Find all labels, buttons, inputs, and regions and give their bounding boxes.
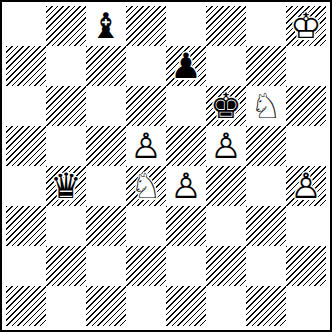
square-d3[interactable] [126,206,166,246]
square-e4[interactable]: ♟♙ [166,166,206,206]
square-c8[interactable]: ♝♝ [86,6,126,46]
square-e1[interactable] [166,286,206,326]
square-d5[interactable]: ♟♙ [126,126,166,166]
square-h5[interactable] [286,126,326,166]
square-a3[interactable] [6,206,46,246]
square-a8[interactable] [6,6,46,46]
square-h4[interactable]: ♟♙ [286,166,326,206]
square-b5[interactable] [46,126,86,166]
square-a7[interactable] [6,46,46,86]
square-g5[interactable] [246,126,286,166]
square-h3[interactable] [286,206,326,246]
square-d2[interactable] [126,246,166,286]
square-c3[interactable] [86,206,126,246]
chess-board: ♝♝♚♔♟♟♚♚♞♘♟♙♟♙♛♛♞♘♟♙♟♙ [6,6,326,326]
white-knight[interactable]: ♘ [246,86,286,126]
black-pawn[interactable]: ♟ [166,46,206,86]
square-d7[interactable] [126,46,166,86]
square-h6[interactable] [286,86,326,126]
square-f6[interactable]: ♚♚ [206,86,246,126]
square-b1[interactable] [46,286,86,326]
square-g7[interactable] [246,46,286,86]
square-f7[interactable] [206,46,246,86]
square-e8[interactable] [166,6,206,46]
chess-diagram: ♝♝♚♔♟♟♚♚♞♘♟♙♟♙♛♛♞♘♟♙♟♙ [0,0,332,332]
square-c2[interactable] [86,246,126,286]
square-d6[interactable] [126,86,166,126]
square-c1[interactable] [86,286,126,326]
black-bishop[interactable]: ♝ [86,6,126,46]
square-e7[interactable]: ♟♟ [166,46,206,86]
square-h7[interactable] [286,46,326,86]
square-b6[interactable] [46,86,86,126]
square-e5[interactable] [166,126,206,166]
square-d4[interactable]: ♞♘ [126,166,166,206]
square-g1[interactable] [246,286,286,326]
white-pawn[interactable]: ♙ [166,166,206,206]
square-c7[interactable] [86,46,126,86]
square-a1[interactable] [6,286,46,326]
square-f5[interactable]: ♟♙ [206,126,246,166]
square-a4[interactable] [6,166,46,206]
white-pawn[interactable]: ♙ [206,126,246,166]
square-b3[interactable] [46,206,86,246]
square-b2[interactable] [46,246,86,286]
square-b8[interactable] [46,6,86,46]
square-c5[interactable] [86,126,126,166]
square-f3[interactable] [206,206,246,246]
square-d1[interactable] [126,286,166,326]
white-knight[interactable]: ♘ [126,166,166,206]
white-king[interactable]: ♔ [286,6,326,46]
square-d8[interactable] [126,6,166,46]
square-b7[interactable] [46,46,86,86]
square-g6[interactable]: ♞♘ [246,86,286,126]
square-c6[interactable] [86,86,126,126]
square-a6[interactable] [6,86,46,126]
white-pawn[interactable]: ♙ [126,126,166,166]
square-f4[interactable] [206,166,246,206]
square-f2[interactable] [206,246,246,286]
square-g4[interactable] [246,166,286,206]
square-h8[interactable]: ♚♔ [286,6,326,46]
square-h1[interactable] [286,286,326,326]
square-b4[interactable]: ♛♛ [46,166,86,206]
black-king[interactable]: ♚ [206,86,246,126]
square-g8[interactable] [246,6,286,46]
square-g2[interactable] [246,246,286,286]
white-pawn[interactable]: ♙ [286,166,326,206]
square-f8[interactable] [206,6,246,46]
square-e6[interactable] [166,86,206,126]
square-c4[interactable] [86,166,126,206]
square-f1[interactable] [206,286,246,326]
square-e3[interactable] [166,206,206,246]
square-e2[interactable] [166,246,206,286]
square-h2[interactable] [286,246,326,286]
square-g3[interactable] [246,206,286,246]
square-a5[interactable] [6,126,46,166]
square-a2[interactable] [6,246,46,286]
black-queen[interactable]: ♛ [46,166,86,206]
